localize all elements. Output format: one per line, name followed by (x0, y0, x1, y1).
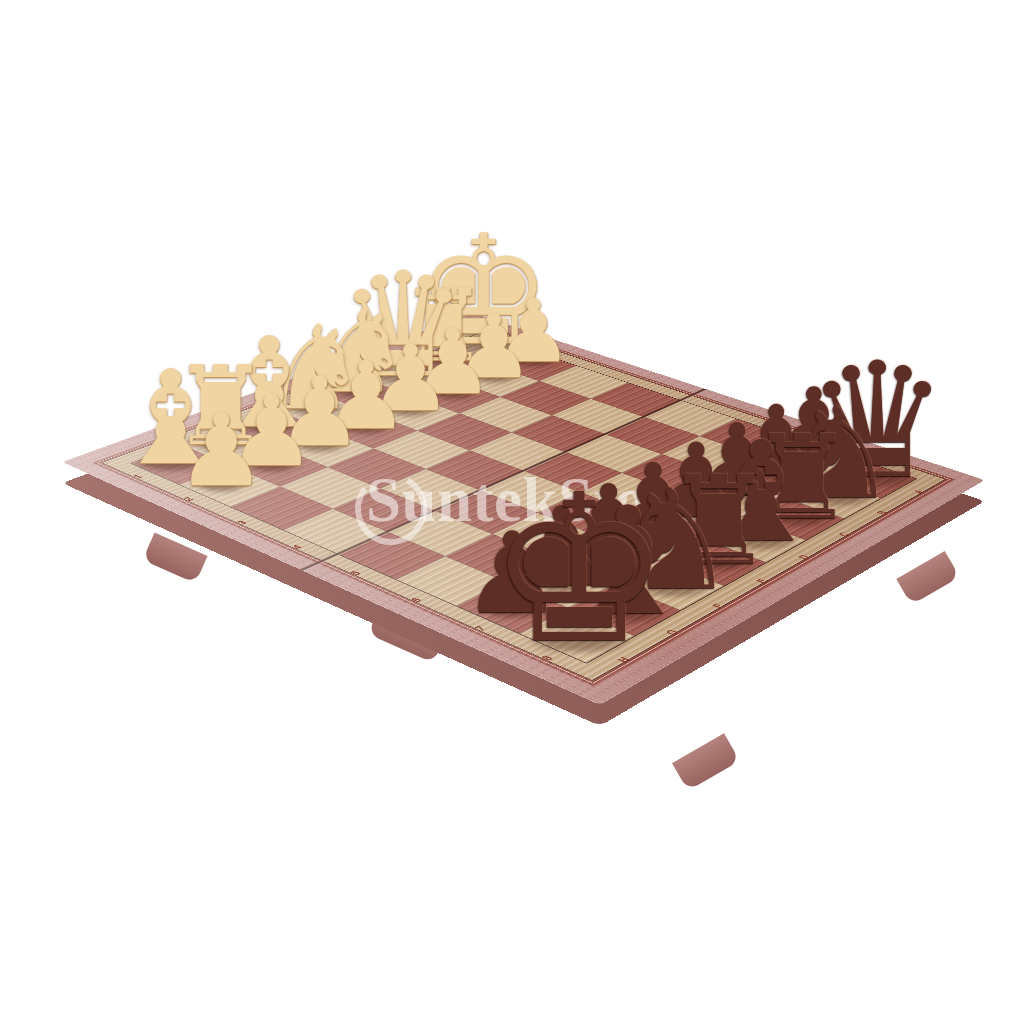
product-photo-stage: HGFEDCBA12345678 SuntekStore ♝♜♝♞♞♛♜♚♟♟♟… (0, 0, 1024, 1024)
board-foot (896, 551, 959, 605)
board-foot (672, 733, 740, 791)
white-pawn-a2: ♟ (176, 401, 266, 501)
black-king-a8: ♚ (488, 467, 671, 671)
